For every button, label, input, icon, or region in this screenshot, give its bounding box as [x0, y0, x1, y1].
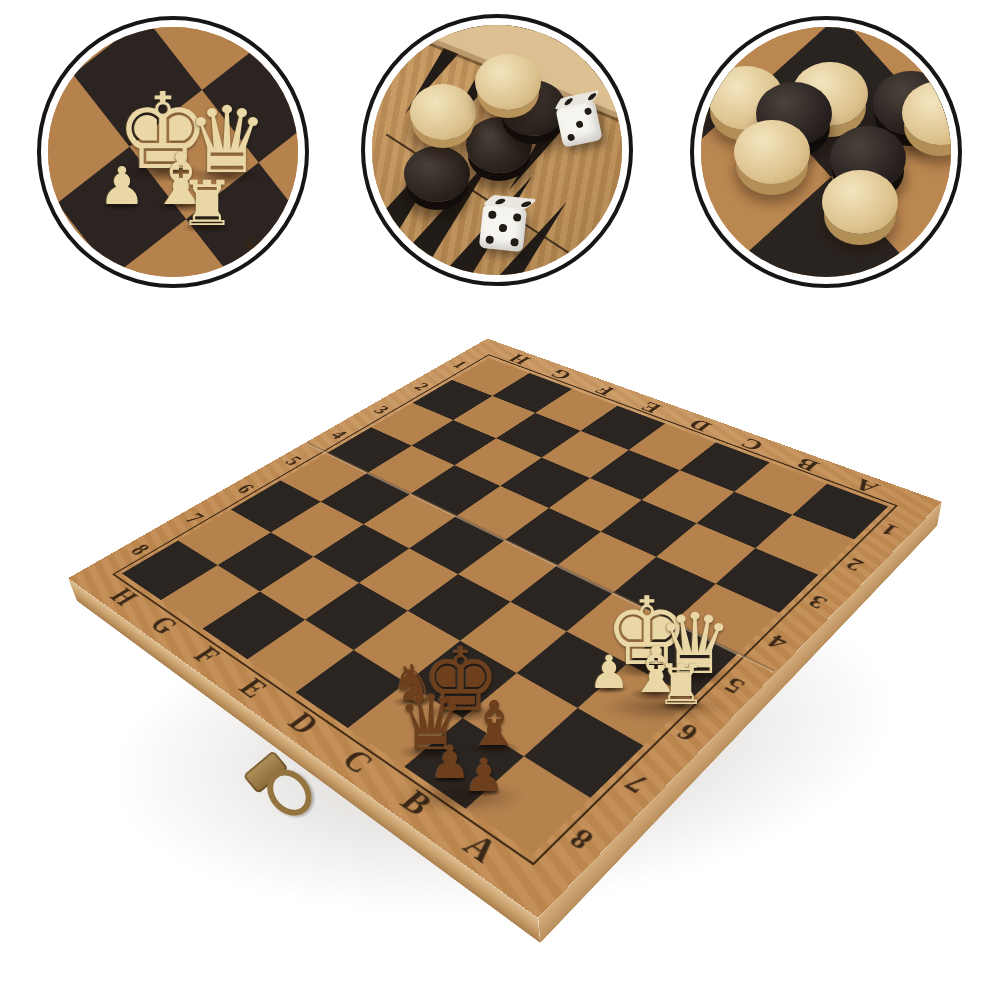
die-pip	[584, 107, 593, 116]
inset-chess-photo: 5 ♚♛♟♝♜	[48, 27, 298, 277]
chess-piece-dark-pawn-d6: ♟	[463, 752, 504, 798]
die-pip	[575, 120, 584, 129]
inset-checkers-photo	[701, 27, 951, 277]
product-photo-chess-set: 5 ♚♛♟♝♜	[0, 0, 1000, 1000]
inset-backgammon-photo	[372, 25, 622, 275]
chess-piece-light-rook-b5: ♜	[656, 657, 706, 713]
chess-piece-light-pawn: ♟	[99, 160, 146, 212]
chess-piece-dark-bishop-d7: ♝	[466, 693, 522, 755]
checker-piece-dark	[404, 146, 470, 202]
chess-piece-light-rook: ♜	[179, 173, 235, 235]
die-showing-5	[479, 204, 527, 252]
checker-piece-light	[475, 54, 541, 110]
die-pip	[488, 211, 497, 220]
die-pip	[485, 235, 494, 244]
die-pip	[510, 238, 519, 247]
die-pip	[513, 213, 522, 222]
inset-checkers-closeup	[690, 16, 962, 288]
die-pip	[563, 98, 574, 106]
inset-backgammon-closeup	[361, 14, 633, 286]
die-pip	[567, 133, 576, 142]
checker-piece-light	[734, 120, 810, 184]
checker-piece-light	[822, 170, 898, 234]
checker-piece-light	[410, 84, 476, 140]
chess-piece-light-pawn-c5: ♟	[588, 649, 629, 695]
die-pip	[493, 198, 507, 204]
die-showing-3	[555, 100, 602, 147]
inset-chess-closeup: 5 ♚♛♟♝♜	[37, 16, 309, 288]
die-pip	[499, 224, 508, 233]
